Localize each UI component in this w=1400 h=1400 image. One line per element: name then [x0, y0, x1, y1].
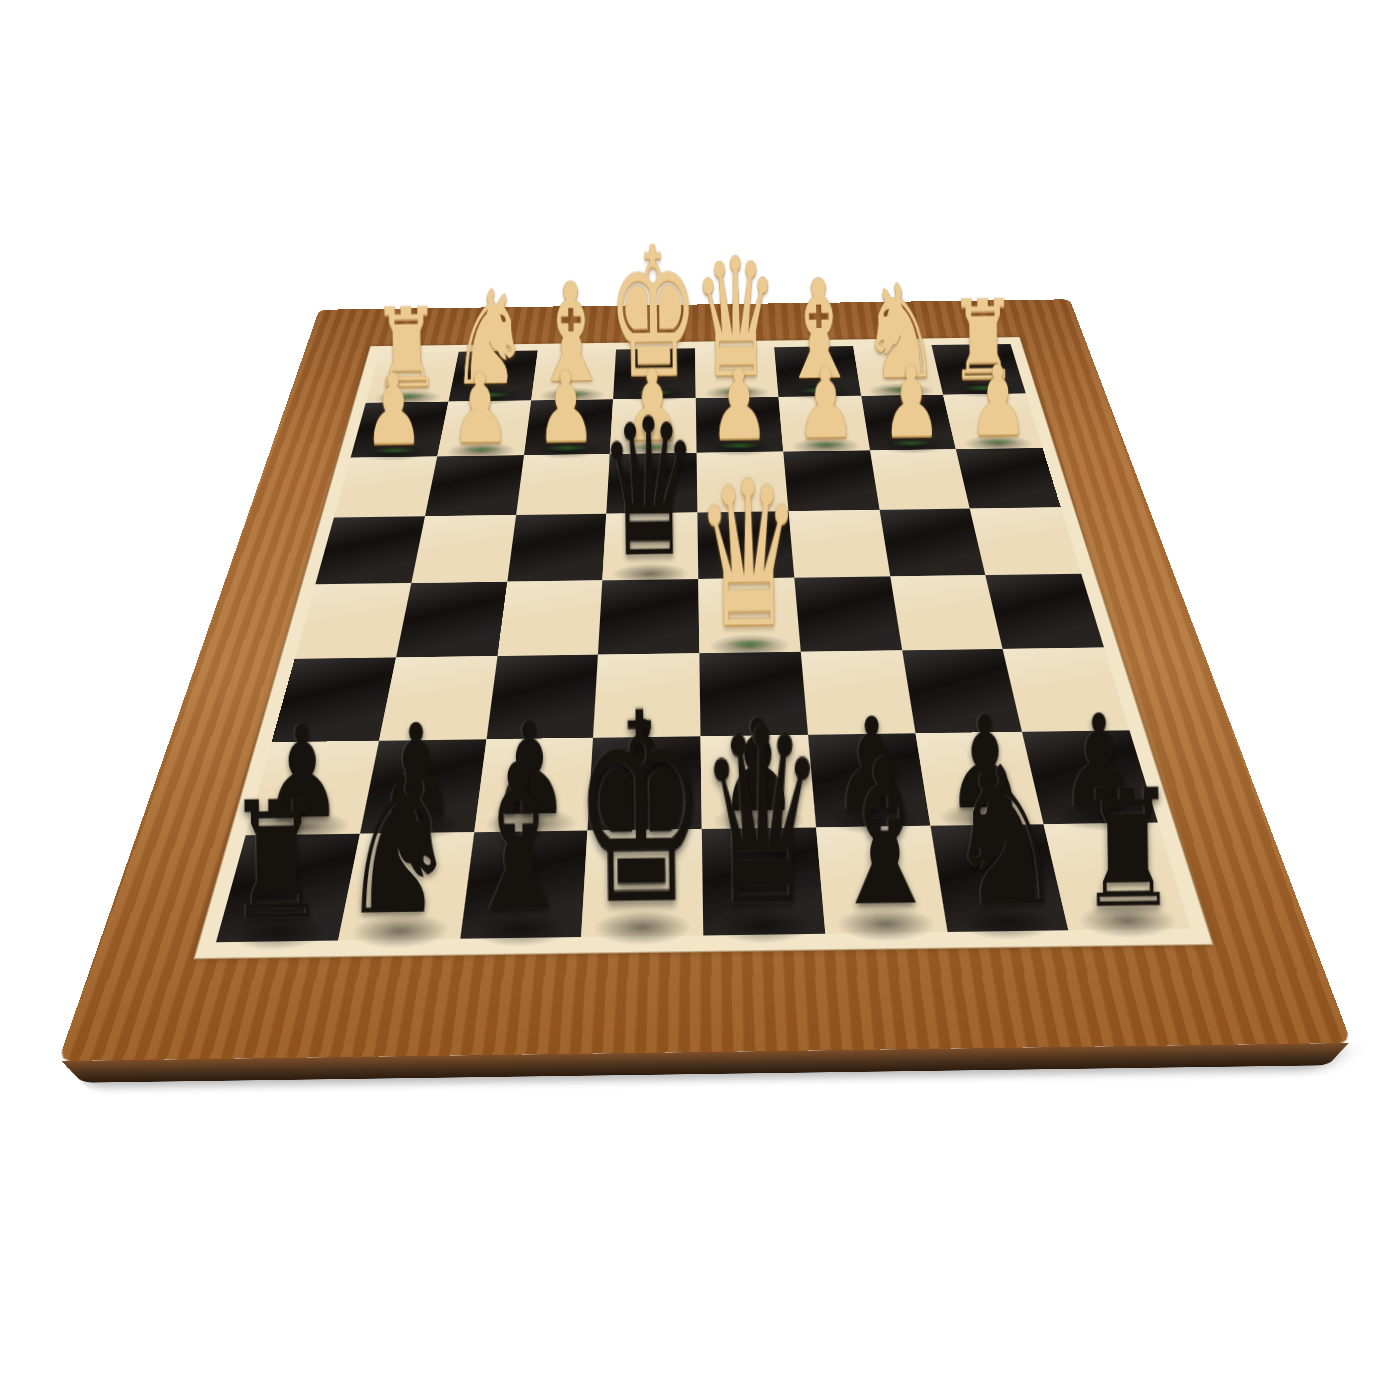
square-h5 — [295, 583, 411, 659]
black-queen-e4: ♛ — [598, 397, 701, 579]
square-g3 — [425, 455, 524, 516]
square-d8: ♛ — [702, 828, 825, 936]
square-e4: ♛ — [603, 513, 699, 581]
square-g8: ♞ — [338, 832, 474, 940]
square-b4 — [879, 509, 985, 577]
black-bishop-f8: ♝ — [460, 744, 579, 936]
square-h8: ♜ — [216, 834, 360, 942]
black-rook-h8: ♜ — [225, 784, 327, 939]
white-pawn-c2: ♟ — [795, 357, 856, 450]
square-a8: ♜ — [1044, 823, 1191, 930]
square-e5 — [598, 579, 699, 654]
square-g4 — [411, 515, 516, 583]
square-f5 — [497, 580, 603, 655]
square-f8: ♝ — [460, 831, 588, 939]
square-g2: ♟ — [437, 400, 531, 456]
square-c8: ♝ — [816, 826, 947, 934]
white-queen-d5: ♛ — [694, 459, 803, 651]
product-photo-page: ♜♞♝♚♛♝♞♜♟♟♟♟♟♟♟♟♛♛♟♟♟♟♟♟♟♟♜♞♝♚♛♝♞♜ — [0, 0, 1400, 1400]
black-rook-a8: ♜ — [1077, 772, 1179, 927]
board-grid: ♜♞♝♚♛♝♞♜♟♟♟♟♟♟♟♟♛♛♟♟♟♟♟♟♟♟♜♞♝♚♛♝♞♜ — [216, 344, 1191, 942]
square-h2: ♟ — [351, 401, 449, 457]
square-d5: ♛ — [698, 578, 800, 653]
square-h3 — [334, 456, 437, 517]
square-b5 — [890, 575, 1003, 650]
square-c5 — [794, 576, 902, 651]
maple-border-strip: ♜♞♝♚♛♝♞♜♟♟♟♟♟♟♟♟♛♛♟♟♟♟♟♟♟♟♜♞♝♚♛♝♞♜ — [193, 337, 1213, 959]
chessboard: ♜♞♝♚♛♝♞♜♟♟♟♟♟♟♟♟♛♛♟♟♟♟♟♟♟♟♜♞♝♚♛♝♞♜ — [58, 299, 1351, 1061]
square-b8: ♞ — [930, 824, 1069, 932]
board-front-edge — [61, 1043, 1349, 1083]
white-pawn-f2: ♟ — [536, 361, 597, 454]
square-g5 — [396, 582, 507, 658]
white-pawn-a2: ♟ — [968, 355, 1029, 448]
square-c4 — [788, 510, 890, 578]
square-a2: ♟ — [943, 393, 1042, 448]
black-queen-d8: ♛ — [697, 702, 828, 934]
black-knight-b8: ♞ — [946, 746, 1067, 930]
square-b2: ♟ — [861, 395, 956, 451]
black-knight-g8: ♞ — [337, 754, 458, 938]
square-e8: ♚ — [581, 829, 703, 937]
chessboard-scene: ♜♞♝♚♛♝♞♜♟♟♟♟♟♟♟♟♛♛♟♟♟♟♟♟♟♟♜♞♝♚♛♝♞♜ — [217, 97, 1180, 1060]
black-king-e8: ♚ — [572, 684, 710, 935]
square-a4 — [970, 507, 1081, 575]
camera-tilt-wrapper: ♜♞♝♚♛♝♞♜♟♟♟♟♟♟♟♟♛♛♟♟♟♟♟♟♟♟♜♞♝♚♛♝♞♜ — [0, 0, 1400, 1400]
square-b3 — [870, 449, 971, 510]
square-h4 — [315, 516, 424, 584]
square-f4 — [507, 514, 607, 582]
square-a5 — [986, 574, 1104, 649]
white-pawn-b2: ♟ — [881, 356, 942, 449]
black-bishop-c8: ♝ — [825, 739, 944, 931]
white-pawn-h2: ♟ — [363, 363, 424, 456]
white-pawn-g2: ♟ — [449, 362, 510, 455]
square-a3 — [956, 448, 1061, 509]
square-f3 — [516, 454, 610, 515]
